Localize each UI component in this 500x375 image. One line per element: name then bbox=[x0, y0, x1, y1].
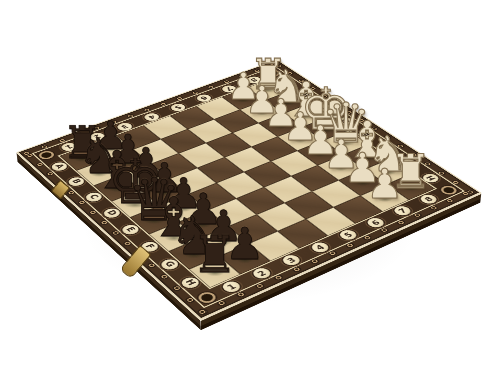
piece-dark-rook[interactable]: ♜ bbox=[192, 229, 238, 280]
piece-white-pawn[interactable]: ♟ bbox=[366, 164, 403, 205]
photo-stage: ABCDEFGH8877665544332211ABCDEFGH ♜♞♝♚♛♝♞… bbox=[0, 0, 500, 375]
pieces-overlay: ♜♞♝♚♛♝♞♜♟♟♟♟♟♟♟♟♟♟♟♟♟♟♟♟♜♞♝♚♛♝♞♜ bbox=[0, 0, 500, 375]
